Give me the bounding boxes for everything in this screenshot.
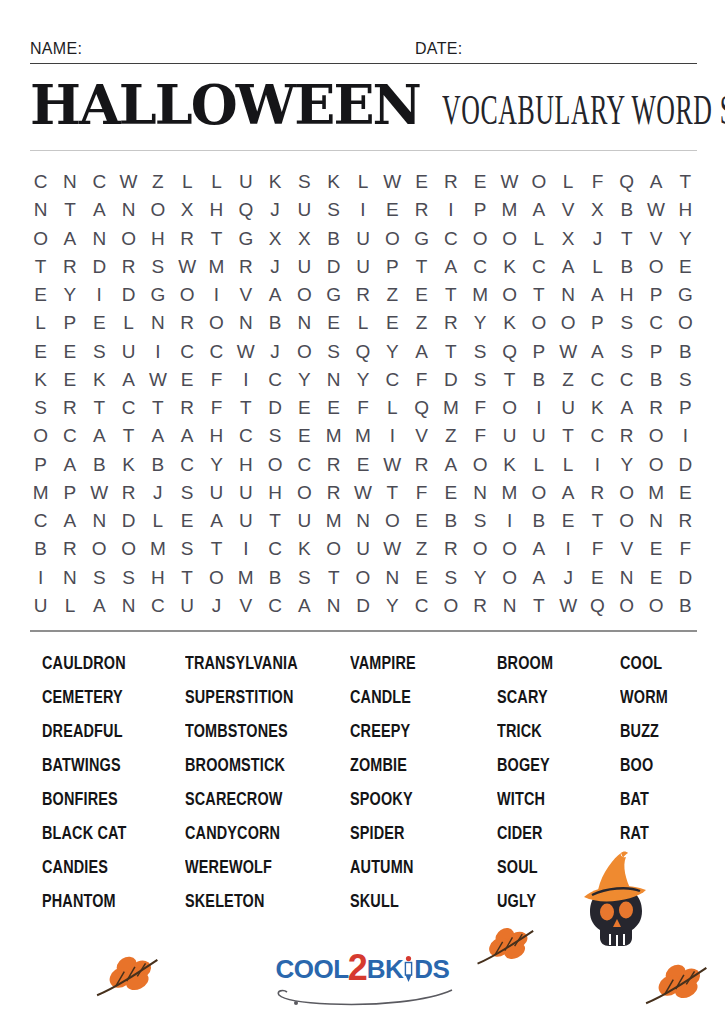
grid-cell-r2c14: R xyxy=(407,196,436,224)
grid-cell-r5c8: V xyxy=(231,281,260,309)
word-label: BOO xyxy=(620,748,653,782)
grid-cell-r16c23: B xyxy=(671,592,700,620)
grid-cell-r12c10: O xyxy=(290,479,319,507)
grid-cell-r4c10: U xyxy=(290,253,319,281)
grid-cell-r5c4: D xyxy=(114,281,143,309)
word-label: SCARECROW xyxy=(185,782,283,816)
grid-cell-r15c1: I xyxy=(26,564,55,592)
word-label: VAMPIRE xyxy=(350,646,416,680)
grid-cell-r9c2: R xyxy=(55,394,84,422)
grid-cell-r11c2: A xyxy=(55,451,84,479)
grid-cell-r15c4: S xyxy=(114,564,143,592)
grid-cell-r5c22: P xyxy=(641,281,670,309)
grid-cell-r2c20: X xyxy=(583,196,612,224)
grid-cell-r13c8: U xyxy=(231,507,260,535)
word-list-item: TRICK xyxy=(497,714,569,748)
grid-cell-r9c17: O xyxy=(495,394,524,422)
grid-cell-r12c17: M xyxy=(495,479,524,507)
word-list-item: SCARY xyxy=(497,680,569,714)
grid-cell-r5c21: H xyxy=(612,281,641,309)
word-list-item: BROOM xyxy=(497,646,569,680)
grid-cell-r4c4: R xyxy=(114,253,143,281)
grid-cell-r9c18: I xyxy=(524,394,553,422)
grid-cell-r8c23: S xyxy=(671,366,700,394)
grid-cell-r3c10: X xyxy=(290,225,319,253)
grid-cell-r1c10: S xyxy=(290,168,319,196)
grid-cell-r7c17: Q xyxy=(495,338,524,366)
grid-cell-r16c22: O xyxy=(641,592,670,620)
word-label: TRICK xyxy=(497,714,542,748)
grid-cell-r8c4: A xyxy=(114,366,143,394)
grid-cell-r10c8: C xyxy=(231,422,260,450)
title-divider xyxy=(30,150,697,151)
grid-cell-r12c3: W xyxy=(85,479,114,507)
grid-cell-r5c2: Y xyxy=(55,281,84,309)
grid-cell-r6c1: L xyxy=(26,309,55,337)
grid-cell-r3c15: C xyxy=(436,225,465,253)
grid-cell-r6c20: P xyxy=(583,309,612,337)
grid-cell-r13c9: T xyxy=(260,507,289,535)
grid-cell-r4c2: R xyxy=(55,253,84,281)
grid-cell-r14c4: O xyxy=(114,535,143,563)
word-label: BATWINGS xyxy=(42,748,121,782)
grid-cell-r11c3: B xyxy=(85,451,114,479)
grid-cell-r12c20: R xyxy=(583,479,612,507)
grid-cell-r5c6: O xyxy=(173,281,202,309)
grid-cell-r1c9: K xyxy=(260,168,289,196)
grid-cell-r14c2: R xyxy=(55,535,84,563)
grid-cell-r9c1: S xyxy=(26,394,55,422)
grid-cell-r5c1: E xyxy=(26,281,55,309)
grid-cell-r4c16: C xyxy=(466,253,495,281)
grid-cell-r14c22: E xyxy=(641,535,670,563)
word-label: TRANSYLVANIA xyxy=(185,646,298,680)
grid-cell-r11c4: K xyxy=(114,451,143,479)
grid-cell-r8c3: K xyxy=(85,366,114,394)
grid-cell-r7c6: C xyxy=(173,338,202,366)
grid-cell-r5c12: R xyxy=(348,281,377,309)
word-list-item: DREADFUL xyxy=(42,714,150,748)
grid-cell-r15c5: H xyxy=(143,564,172,592)
word-list-item: BAT xyxy=(620,782,681,816)
grid-cell-r11c7: Y xyxy=(202,451,231,479)
grid-cell-r1c5: Z xyxy=(143,168,172,196)
grid-cell-r14c18: A xyxy=(524,535,553,563)
grid-cell-r2c17: M xyxy=(495,196,524,224)
grid-cell-r14c9: C xyxy=(260,535,289,563)
grid-cell-r5c15: T xyxy=(436,281,465,309)
word-list-item: WITCH xyxy=(497,782,569,816)
grid-cell-r1c3: C xyxy=(85,168,114,196)
grid-cell-r16c6: U xyxy=(173,592,202,620)
grid-cell-r13c10: U xyxy=(290,507,319,535)
grid-cell-r16c3: A xyxy=(85,592,114,620)
grid-cell-r15c12: O xyxy=(348,564,377,592)
grid-cell-r7c1: E xyxy=(26,338,55,366)
grid-cell-r15c10: S xyxy=(290,564,319,592)
grid-cell-r14c15: R xyxy=(436,535,465,563)
grid-cell-r13c13: O xyxy=(378,507,407,535)
grid-cell-r2c4: N xyxy=(114,196,143,224)
grid-cell-r5c11: G xyxy=(319,281,348,309)
word-label: CAULDRON xyxy=(42,646,126,680)
grid-cell-r8c18: B xyxy=(524,366,553,394)
grid-cell-r14c21: V xyxy=(612,535,641,563)
word-list-item: AUTUMN xyxy=(350,850,434,884)
word-label: SPOOKY xyxy=(350,782,413,816)
grid-cell-r4c17: K xyxy=(495,253,524,281)
grid-cell-r11c10: C xyxy=(290,451,319,479)
word-list-item: PHANTOM xyxy=(42,884,150,918)
grid-cell-r10c17: U xyxy=(495,422,524,450)
grid-cell-r5c17: O xyxy=(495,281,524,309)
grid-cell-r7c8: W xyxy=(231,338,260,366)
grid-cell-r7c5: I xyxy=(143,338,172,366)
grid-cell-r7c21: S xyxy=(612,338,641,366)
word-list-item: UGLY xyxy=(497,884,569,918)
grid-cell-r5c16: M xyxy=(466,281,495,309)
grid-cell-r1c18: O xyxy=(524,168,553,196)
grid-cell-r7c22: P xyxy=(641,338,670,366)
word-list-item: SUPERSTITION xyxy=(185,680,330,714)
grid-divider xyxy=(30,630,697,632)
grid-cell-r8c16: S xyxy=(466,366,495,394)
grid-cell-r15c9: B xyxy=(260,564,289,592)
grid-cell-r9c8: T xyxy=(231,394,260,422)
grid-cell-r2c2: T xyxy=(55,196,84,224)
word-label: RAT xyxy=(620,816,649,850)
word-label: CANDLE xyxy=(350,680,411,714)
grid-cell-r15c8: M xyxy=(231,564,260,592)
grid-cell-r7c14: A xyxy=(407,338,436,366)
word-list-item: CIDER xyxy=(497,816,569,850)
word-list-item: TOMBSTONES xyxy=(185,714,330,748)
grid-cell-r16c18: T xyxy=(524,592,553,620)
word-list-item: BROOMSTICK xyxy=(185,748,330,782)
grid-cell-r16c10: A xyxy=(290,592,319,620)
grid-cell-r11c17: K xyxy=(495,451,524,479)
grid-cell-r8c5: W xyxy=(143,366,172,394)
grid-cell-r4c20: L xyxy=(583,253,612,281)
grid-cell-r9c16: F xyxy=(466,394,495,422)
worksheet-page: NAME: DATE: HALLOWEENVOCABULARY WORD SEA… xyxy=(0,0,725,1024)
grid-cell-r1c11: K xyxy=(319,168,348,196)
word-label: BROOMSTICK xyxy=(185,748,285,782)
grid-cell-r11c21: Y xyxy=(612,451,641,479)
grid-cell-r16c13: Y xyxy=(378,592,407,620)
word-label: BLACK CAT xyxy=(42,816,127,850)
grid-cell-r2c18: A xyxy=(524,196,553,224)
grid-cell-r10c13: I xyxy=(378,422,407,450)
word-label: BROOM xyxy=(497,646,553,680)
grid-cell-r8c1: K xyxy=(26,366,55,394)
grid-cell-r9c21: A xyxy=(612,394,641,422)
grid-cell-r2c5: O xyxy=(143,196,172,224)
word-label: SKELETON xyxy=(185,884,265,918)
grid-cell-r7c13: Y xyxy=(378,338,407,366)
grid-cell-r9c19: U xyxy=(553,394,582,422)
grid-cell-r2c3: A xyxy=(85,196,114,224)
grid-cell-r6c2: P xyxy=(55,309,84,337)
word-label: PHANTOM xyxy=(42,884,116,918)
word-label: WITCH xyxy=(497,782,545,816)
word-list-column-3: VAMPIRECANDLECREEPYZOMBIESPOOKYSPIDERAUT… xyxy=(350,646,434,918)
grid-cell-r12c5: J xyxy=(143,479,172,507)
grid-cell-r4c15: A xyxy=(436,253,465,281)
grid-cell-r10c20: C xyxy=(583,422,612,450)
grid-cell-r10c18: U xyxy=(524,422,553,450)
grid-cell-r4c3: D xyxy=(85,253,114,281)
word-label: TOMBSTONES xyxy=(185,714,288,748)
grid-cell-r4c7: M xyxy=(202,253,231,281)
grid-cell-r5c23: G xyxy=(671,281,700,309)
grid-cell-r7c7: C xyxy=(202,338,231,366)
grid-cell-r15c15: S xyxy=(436,564,465,592)
grid-cell-r14c5: M xyxy=(143,535,172,563)
grid-cell-r11c1: P xyxy=(26,451,55,479)
grid-cell-r13c15: B xyxy=(436,507,465,535)
grid-cell-r4c8: R xyxy=(231,253,260,281)
word-label: ZOMBIE xyxy=(350,748,407,782)
grid-cell-r11c6: C xyxy=(173,451,202,479)
grid-cell-r2c7: H xyxy=(202,196,231,224)
grid-cell-r9c22: R xyxy=(641,394,670,422)
grid-cell-r14c16: O xyxy=(466,535,495,563)
grid-cell-r12c22: M xyxy=(641,479,670,507)
grid-cell-r3c1: O xyxy=(26,225,55,253)
grid-cell-r9c7: F xyxy=(202,394,231,422)
grid-cell-r7c19: W xyxy=(553,338,582,366)
grid-cell-r4c6: W xyxy=(173,253,202,281)
word-label: BAT xyxy=(620,782,649,816)
grid-cell-r13c6: E xyxy=(173,507,202,535)
grid-cell-r5c14: E xyxy=(407,281,436,309)
grid-cell-r9c13: L xyxy=(378,394,407,422)
word-label: BUZZ xyxy=(620,714,659,748)
grid-cell-r14c6: S xyxy=(173,535,202,563)
grid-cell-r7c16: S xyxy=(466,338,495,366)
word-list-column-2: TRANSYLVANIASUPERSTITIONTOMBSTONESBROOMS… xyxy=(185,646,330,918)
grid-cell-r13c16: S xyxy=(466,507,495,535)
grid-cell-r10c3: A xyxy=(85,422,114,450)
grid-cell-r8c17: T xyxy=(495,366,524,394)
grid-cell-r3c21: T xyxy=(612,225,641,253)
grid-cell-r12c21: O xyxy=(612,479,641,507)
grid-cell-r4c18: C xyxy=(524,253,553,281)
word-label: DREADFUL xyxy=(42,714,123,748)
grid-cell-r5c19: N xyxy=(553,281,582,309)
grid-cell-r11c14: R xyxy=(407,451,436,479)
grid-cell-r1c7: L xyxy=(202,168,231,196)
grid-cell-r7c11: S xyxy=(319,338,348,366)
grid-cell-r6c3: E xyxy=(85,309,114,337)
grid-cell-r3c2: A xyxy=(55,225,84,253)
word-list-item: SPOOKY xyxy=(350,782,434,816)
grid-cell-r6c9: B xyxy=(260,309,289,337)
word-label: UGLY xyxy=(497,884,536,918)
grid-cell-r3c11: B xyxy=(319,225,348,253)
cool2bkids-logo: COOL2BK DS xyxy=(0,952,725,983)
grid-cell-r10c19: T xyxy=(553,422,582,450)
grid-cell-r13c11: M xyxy=(319,507,348,535)
grid-cell-r11c12: E xyxy=(348,451,377,479)
grid-cell-r6c5: N xyxy=(143,309,172,337)
grid-cell-r9c23: P xyxy=(671,394,700,422)
grid-cell-r10c12: M xyxy=(348,422,377,450)
word-list-item: TRANSYLVANIA xyxy=(185,646,330,680)
grid-cell-r1c1: C xyxy=(26,168,55,196)
grid-cell-r9c4: C xyxy=(114,394,143,422)
grid-cell-r12c11: R xyxy=(319,479,348,507)
grid-cell-r15c23: D xyxy=(671,564,700,592)
grid-cell-r11c23: D xyxy=(671,451,700,479)
grid-cell-r10c14: V xyxy=(407,422,436,450)
grid-cell-r16c17: N xyxy=(495,592,524,620)
grid-cell-r9c20: K xyxy=(583,394,612,422)
word-list-item: SKULL xyxy=(350,884,434,918)
grid-cell-r1c2: N xyxy=(55,168,84,196)
pencil-i-icon xyxy=(404,956,413,982)
logo-cool: COOL xyxy=(276,955,349,983)
grid-cell-r12c6: S xyxy=(173,479,202,507)
grid-cell-r4c9: J xyxy=(260,253,289,281)
grid-cell-r10c1: O xyxy=(26,422,55,450)
grid-cell-r4c14: T xyxy=(407,253,436,281)
grid-cell-r15c21: N xyxy=(612,564,641,592)
grid-cell-r15c22: E xyxy=(641,564,670,592)
grid-cell-r11c15: A xyxy=(436,451,465,479)
grid-cell-r8c11: N xyxy=(319,366,348,394)
grid-cell-r6c7: O xyxy=(202,309,231,337)
word-list-item: VAMPIRE xyxy=(350,646,434,680)
grid-cell-r5c18: T xyxy=(524,281,553,309)
grid-cell-r1c6: L xyxy=(173,168,202,196)
grid-cell-r3c4: O xyxy=(114,225,143,253)
grid-cell-r6c15: R xyxy=(436,309,465,337)
grid-cell-r16c7: J xyxy=(202,592,231,620)
grid-cell-r6c14: Z xyxy=(407,309,436,337)
grid-cell-r16c2: L xyxy=(55,592,84,620)
grid-cell-r2c9: J xyxy=(260,196,289,224)
word-list-item: ZOMBIE xyxy=(350,748,434,782)
grid-cell-r2c12: I xyxy=(348,196,377,224)
grid-cell-r10c7: H xyxy=(202,422,231,450)
grid-cell-r3c23: Y xyxy=(671,225,700,253)
grid-cell-r13c21: O xyxy=(612,507,641,535)
grid-cell-r10c5: A xyxy=(143,422,172,450)
grid-cell-r14c3: O xyxy=(85,535,114,563)
word-label: SKULL xyxy=(350,884,399,918)
grid-cell-r14c23: F xyxy=(671,535,700,563)
grid-cell-r16c12: D xyxy=(348,592,377,620)
grid-cell-r6c4: L xyxy=(114,309,143,337)
grid-cell-r5c5: G xyxy=(143,281,172,309)
word-list-item: WEREWOLF xyxy=(185,850,330,884)
grid-cell-r5c7: I xyxy=(202,281,231,309)
grid-cell-r4c11: D xyxy=(319,253,348,281)
grid-cell-r15c16: Y xyxy=(466,564,495,592)
page-subtitle: VOCABULARY WORD SEARCH xyxy=(442,79,725,141)
grid-cell-r3c22: V xyxy=(641,225,670,253)
grid-cell-r14c1: B xyxy=(26,535,55,563)
grid-cell-r10c2: C xyxy=(55,422,84,450)
word-label: CREEPY xyxy=(350,714,410,748)
grid-cell-r16c8: V xyxy=(231,592,260,620)
grid-cell-r6c16: Y xyxy=(466,309,495,337)
grid-cell-r15c14: E xyxy=(407,564,436,592)
grid-cell-r2c10: U xyxy=(290,196,319,224)
word-list-item: CANDYCORN xyxy=(185,816,330,850)
grid-cell-r3c19: X xyxy=(553,225,582,253)
grid-cell-r15c6: T xyxy=(173,564,202,592)
word-label: CIDER xyxy=(497,816,543,850)
grid-cell-r11c22: O xyxy=(641,451,670,479)
grid-cell-r13c5: L xyxy=(143,507,172,535)
grid-cell-r2c1: N xyxy=(26,196,55,224)
word-label: SUPERSTITION xyxy=(185,680,294,714)
grid-cell-r7c20: A xyxy=(583,338,612,366)
grid-cell-r11c5: B xyxy=(143,451,172,479)
grid-cell-r3c7: T xyxy=(202,225,231,253)
grid-cell-r7c10: O xyxy=(290,338,319,366)
word-label: CEMETERY xyxy=(42,680,123,714)
word-list-item: BOGEY xyxy=(497,748,569,782)
grid-cell-r10c4: T xyxy=(114,422,143,450)
word-label: COOL xyxy=(620,646,662,680)
grid-cell-r10c22: O xyxy=(641,422,670,450)
grid-cell-r12c16: N xyxy=(466,479,495,507)
word-list-item: BOO xyxy=(620,748,681,782)
grid-cell-r13c19: E xyxy=(553,507,582,535)
grid-cell-r2c11: S xyxy=(319,196,348,224)
grid-cell-r2c16: P xyxy=(466,196,495,224)
grid-cell-r12c19: A xyxy=(553,479,582,507)
word-list-item: CANDIES xyxy=(42,850,150,884)
grid-cell-r7c18: P xyxy=(524,338,553,366)
grid-cell-r16c9: C xyxy=(260,592,289,620)
grid-cell-r6c19: O xyxy=(553,309,582,337)
grid-cell-r8c21: C xyxy=(612,366,641,394)
date-label: DATE: xyxy=(415,40,462,58)
word-list-column-4: BROOMSCARYTRICKBOGEYWITCHCIDERSOULUGLY xyxy=(497,646,569,918)
name-label: NAME: xyxy=(30,40,82,58)
grid-cell-r1c15: R xyxy=(436,168,465,196)
grid-cell-r2c23: H xyxy=(671,196,700,224)
grid-cell-r12c13: T xyxy=(378,479,407,507)
grid-cell-r4c5: S xyxy=(143,253,172,281)
grid-cell-r15c20: E xyxy=(583,564,612,592)
word-list-item: BLACK CAT xyxy=(42,816,150,850)
grid-cell-r5c3: I xyxy=(85,281,114,309)
word-list-column-1: CAULDRONCEMETERYDREADFULBATWINGSBONFIRES… xyxy=(42,646,150,918)
grid-cell-r1c19: L xyxy=(553,168,582,196)
grid-cell-r16c20: Q xyxy=(583,592,612,620)
grid-cell-r9c11: E xyxy=(319,394,348,422)
word-label: SOUL xyxy=(497,850,538,884)
grid-cell-r13c20: T xyxy=(583,507,612,535)
grid-cell-r4c13: P xyxy=(378,253,407,281)
grid-cell-r10c10: E xyxy=(290,422,319,450)
grid-cell-r7c12: Q xyxy=(348,338,377,366)
grid-cell-r12c1: M xyxy=(26,479,55,507)
grid-cell-r14c17: O xyxy=(495,535,524,563)
word-label: AUTUMN xyxy=(350,850,413,884)
grid-cell-r11c16: O xyxy=(466,451,495,479)
grid-cell-r15c17: O xyxy=(495,564,524,592)
grid-cell-r6c18: O xyxy=(524,309,553,337)
grid-cell-r14c11: O xyxy=(319,535,348,563)
grid-cell-r12c9: H xyxy=(260,479,289,507)
